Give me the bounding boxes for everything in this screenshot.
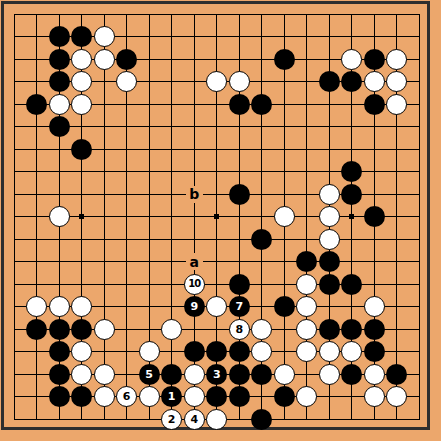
stone-black (71, 139, 92, 160)
stone-black (319, 274, 340, 295)
stone-black (71, 319, 92, 340)
move-number: 9 (190, 301, 198, 312)
move-7-stone-black: 7 (229, 296, 250, 317)
stone-white (386, 94, 407, 115)
stone-black (274, 49, 295, 70)
stone-white (94, 49, 115, 70)
stone-black (49, 319, 70, 340)
stone-black (184, 341, 205, 362)
grid-line-h (14, 239, 421, 240)
stone-black (49, 386, 70, 407)
move-number: 1 (168, 391, 176, 402)
move-8-stone-white: 8 (229, 319, 250, 340)
stone-white (94, 319, 115, 340)
board-label-b: b (186, 186, 203, 203)
stone-white (71, 49, 92, 70)
move-4-stone-white: 4 (184, 409, 205, 430)
stone-white (139, 386, 160, 407)
stone-white (364, 364, 385, 385)
move-number: 4 (190, 414, 198, 425)
stone-white (49, 206, 70, 227)
stone-white (94, 26, 115, 47)
stone-black (229, 184, 250, 205)
go-board-diagram: 10978536124ab (0, 0, 441, 441)
move-number: 6 (123, 391, 131, 402)
move-number: 3 (213, 369, 221, 380)
stone-white (139, 341, 160, 362)
move-9-stone-black: 9 (184, 296, 205, 317)
stone-black (251, 229, 272, 250)
stone-black (251, 94, 272, 115)
stone-white (184, 364, 205, 385)
stone-black (49, 71, 70, 92)
stone-white (71, 71, 92, 92)
grid-line-v (419, 14, 420, 421)
stone-white (49, 296, 70, 317)
stone-black (161, 364, 182, 385)
stone-black (116, 49, 137, 70)
move-5-stone-black: 5 (139, 364, 160, 385)
move-number: 8 (235, 324, 243, 335)
stone-white (319, 206, 340, 227)
stone-white (319, 364, 340, 385)
stone-white (319, 184, 340, 205)
stone-white (71, 94, 92, 115)
move-number: 7 (235, 301, 243, 312)
board-label-a: a (186, 253, 203, 270)
stone-white (161, 319, 182, 340)
move-number: 5 (145, 369, 153, 380)
stone-black (319, 319, 340, 340)
stone-white (274, 206, 295, 227)
move-number: 10 (188, 279, 200, 289)
move-number: 2 (168, 414, 176, 425)
stone-white (319, 229, 340, 250)
stone-white (364, 71, 385, 92)
stone-black (341, 184, 362, 205)
stone-black (49, 116, 70, 137)
stone-black (364, 319, 385, 340)
stone-white (386, 49, 407, 70)
stone-black (71, 26, 92, 47)
stone-black (229, 364, 250, 385)
star-point (214, 214, 219, 219)
stone-black (319, 71, 340, 92)
stone-black (49, 49, 70, 70)
move-10-stone-white: 10 (184, 274, 205, 295)
stone-white (341, 49, 362, 70)
stone-white (94, 386, 115, 407)
stone-black (26, 319, 47, 340)
stone-white (274, 364, 295, 385)
stone-black (364, 94, 385, 115)
stone-black (229, 94, 250, 115)
stone-black (26, 94, 47, 115)
stone-white (94, 364, 115, 385)
stone-white (229, 71, 250, 92)
stone-black (49, 26, 70, 47)
stone-white (49, 94, 70, 115)
stone-black (49, 364, 70, 385)
star-point (79, 214, 84, 219)
stone-black (49, 341, 70, 362)
stone-white (71, 364, 92, 385)
grid-line-h (14, 261, 421, 262)
star-point (349, 214, 354, 219)
stone-black (229, 274, 250, 295)
stone-black (364, 49, 385, 70)
